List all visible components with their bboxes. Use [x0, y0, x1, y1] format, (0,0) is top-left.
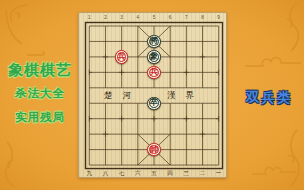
cloud-ornament-bottom-right	[250, 164, 298, 178]
xiangqi-board: 123456789 九八七六五四三二一 楚河 漢界 將象兵兵卒帥	[78, 12, 227, 178]
piece-black-soldier[interactable]: 卒	[147, 97, 160, 110]
cloud-ornament-right	[243, 54, 303, 70]
piece-red-general[interactable]: 帥	[147, 143, 160, 156]
pieces-layer: 將象兵兵卒帥	[81, 18, 227, 172]
left-caption-line-2: 杀法大全	[2, 86, 78, 101]
piece-black-general[interactable]: 將	[147, 35, 160, 48]
piece-red-soldier-1[interactable]: 兵	[115, 50, 128, 63]
left-caption-title: 象棋棋艺	[2, 61, 78, 80]
video-frame: 象棋棋艺 杀法大全 实用残局 双兵类 123456789 九八七六五四三二一 楚…	[0, 0, 304, 190]
piece-black-elephant[interactable]: 象	[147, 50, 160, 63]
dash-ornament-left	[25, 49, 47, 59]
left-caption-line-3: 实用残局	[2, 110, 78, 125]
corner-ornament-top-left	[1, 1, 35, 47]
corner-ornament-bottom-left	[1, 140, 23, 189]
corner-ornament-top-right	[281, 1, 303, 53]
right-caption-category: 双兵类	[236, 89, 302, 107]
piece-red-soldier-2[interactable]: 兵	[147, 66, 160, 79]
corner-ornament-bottom-right	[283, 128, 303, 189]
